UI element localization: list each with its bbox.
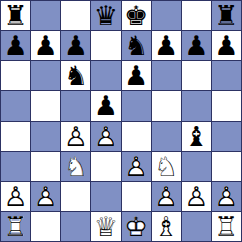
square-a7[interactable]: ♟ [1,31,30,60]
square-g5[interactable] [182,91,211,120]
white-pawn-piece: ♟♙ [91,122,120,151]
white-rook-piece: ♜♖ [212,212,241,241]
square-e5[interactable] [122,91,151,120]
square-b5[interactable] [31,91,60,120]
square-c1[interactable] [61,212,90,241]
square-c4[interactable]: ♟♙ [61,122,90,151]
square-b7[interactable]: ♟ [31,31,60,60]
square-h3[interactable] [212,152,241,181]
square-g2[interactable]: ♟♙ [182,182,211,211]
square-h4[interactable] [212,122,241,151]
square-c2[interactable] [61,182,90,211]
square-f6[interactable] [152,61,181,90]
square-g1[interactable] [182,212,211,241]
white-bishop-piece: ♝♗ [152,212,181,241]
white-pawn-piece: ♟♙ [212,182,241,211]
white-knight-piece: ♞♘ [152,152,181,181]
square-e8[interactable]: ♚ [122,1,151,30]
black-knight-piece: ♞ [122,31,151,60]
square-d5[interactable]: ♟ [91,91,120,120]
black-pawn-piece: ♟ [1,31,30,60]
black-pawn-piece: ♟ [152,31,181,60]
white-pawn-piece: ♟♙ [1,182,30,211]
square-h5[interactable] [212,91,241,120]
black-pawn-piece: ♟ [122,61,151,90]
white-pawn-piece: ♟♙ [61,122,90,151]
square-g7[interactable]: ♟ [182,31,211,60]
square-b1[interactable] [31,212,60,241]
black-pawn-piece: ♟ [212,31,241,60]
square-g8[interactable] [182,1,211,30]
square-b6[interactable] [31,61,60,90]
square-f5[interactable] [152,91,181,120]
black-pawn-piece: ♟ [182,31,211,60]
white-rook-piece: ♜♖ [1,212,30,241]
square-f8[interactable] [152,1,181,30]
square-b3[interactable] [31,152,60,181]
square-a8[interactable]: ♜ [1,1,30,30]
square-d7[interactable] [91,31,120,60]
square-d2[interactable] [91,182,120,211]
square-e1[interactable]: ♚♔ [122,212,151,241]
black-knight-piece: ♞ [61,61,90,90]
square-d1[interactable]: ♛♕ [91,212,120,241]
square-e4[interactable] [122,122,151,151]
square-h8[interactable]: ♜ [212,1,241,30]
square-g4[interactable]: ♝ [182,122,211,151]
square-c7[interactable]: ♟ [61,31,90,60]
black-queen-piece: ♛ [91,1,120,30]
black-bishop-piece: ♝ [182,122,211,151]
square-g3[interactable] [182,152,211,181]
black-pawn-piece: ♟ [61,31,90,60]
square-c3[interactable]: ♞♘ [61,152,90,181]
square-c5[interactable] [61,91,90,120]
black-pawn-piece: ♟ [31,31,60,60]
square-f3[interactable]: ♞♘ [152,152,181,181]
square-f4[interactable] [152,122,181,151]
square-d6[interactable] [91,61,120,90]
square-c6[interactable]: ♞ [61,61,90,90]
white-pawn-piece: ♟♙ [31,182,60,211]
square-c8[interactable] [61,1,90,30]
square-e2[interactable] [122,182,151,211]
square-g6[interactable] [182,61,211,90]
square-e3[interactable]: ♟♙ [122,152,151,181]
square-e7[interactable]: ♞ [122,31,151,60]
square-f2[interactable]: ♟♙ [152,182,181,211]
white-king-piece: ♚♔ [122,212,151,241]
black-pawn-piece: ♟ [91,91,120,120]
black-rook-piece: ♜ [212,1,241,30]
square-b4[interactable] [31,122,60,151]
square-a6[interactable] [1,61,30,90]
square-a4[interactable] [1,122,30,151]
square-a1[interactable]: ♜♖ [1,212,30,241]
black-king-piece: ♚ [122,1,151,30]
square-h1[interactable]: ♜♖ [212,212,241,241]
square-f7[interactable]: ♟ [152,31,181,60]
chess-board: ♜♛♚♜♟♟♟♞♟♟♟♞♟♟♟♙♟♙♝♞♘♟♙♞♘♟♙♟♙♟♙♟♙♟♙♜♖♛♕♚… [0,0,242,242]
square-b2[interactable]: ♟♙ [31,182,60,211]
white-queen-piece: ♛♕ [91,212,120,241]
square-e6[interactable]: ♟ [122,61,151,90]
square-a5[interactable] [1,91,30,120]
white-pawn-piece: ♟♙ [122,152,151,181]
square-d4[interactable]: ♟♙ [91,122,120,151]
square-a2[interactable]: ♟♙ [1,182,30,211]
white-pawn-piece: ♟♙ [152,182,181,211]
white-knight-piece: ♞♘ [61,152,90,181]
square-h7[interactable]: ♟ [212,31,241,60]
square-d8[interactable]: ♛ [91,1,120,30]
black-rook-piece: ♜ [1,1,30,30]
square-h2[interactable]: ♟♙ [212,182,241,211]
white-pawn-piece: ♟♙ [182,182,211,211]
square-b8[interactable] [31,1,60,30]
square-a3[interactable] [1,152,30,181]
square-d3[interactable] [91,152,120,181]
square-h6[interactable] [212,61,241,90]
square-f1[interactable]: ♝♗ [152,212,181,241]
